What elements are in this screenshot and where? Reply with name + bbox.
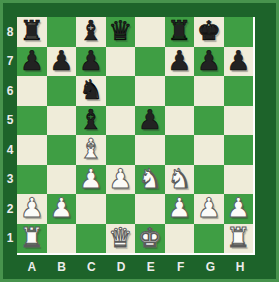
square-c2[interactable]: [76, 194, 106, 224]
square-h4[interactable]: [224, 135, 254, 165]
square-b5[interactable]: [47, 106, 77, 136]
file-label-h: H: [225, 255, 255, 279]
rank-label-5: 5: [3, 106, 17, 136]
piece-black-pawn[interactable]: ♟: [226, 47, 250, 74]
piece-black-king[interactable]: ♚: [197, 17, 221, 44]
square-f8[interactable]: ♜: [165, 17, 195, 47]
rank-label-3: 3: [3, 165, 17, 195]
piece-white-pawn[interactable]: ♟: [226, 194, 250, 221]
file-label-g: G: [196, 255, 226, 279]
square-d1[interactable]: ♛: [106, 224, 136, 254]
square-b6[interactable]: [47, 76, 77, 106]
piece-white-pawn[interactable]: ♟: [79, 165, 103, 192]
square-g6[interactable]: [194, 76, 224, 106]
square-e1[interactable]: ♚: [135, 224, 165, 254]
square-b3[interactable]: [47, 165, 77, 195]
piece-white-rook[interactable]: ♜: [20, 224, 44, 251]
square-e7[interactable]: [135, 47, 165, 77]
piece-white-pawn[interactable]: ♟: [197, 194, 221, 221]
piece-black-queen[interactable]: ♛: [108, 17, 132, 44]
square-e6[interactable]: [135, 76, 165, 106]
file-labels: ABCDEFGH: [17, 255, 255, 279]
square-h3[interactable]: [224, 165, 254, 195]
square-d8[interactable]: ♛: [106, 17, 136, 47]
square-e5[interactable]: ♟: [135, 106, 165, 136]
square-e4[interactable]: [135, 135, 165, 165]
piece-black-pawn[interactable]: ♟: [79, 47, 103, 74]
square-d4[interactable]: [106, 135, 136, 165]
piece-black-pawn[interactable]: ♟: [138, 106, 162, 133]
rank-label-8: 8: [3, 17, 17, 47]
square-c7[interactable]: ♟: [76, 47, 106, 77]
square-g2[interactable]: ♟: [194, 194, 224, 224]
rank-label-6: 6: [3, 76, 17, 106]
rank-label-1: 1: [3, 224, 17, 254]
square-a8[interactable]: ♜: [17, 17, 47, 47]
file-label-a: A: [17, 255, 47, 279]
piece-black-rook[interactable]: ♜: [167, 17, 191, 44]
piece-white-bishop[interactable]: ♝: [79, 135, 103, 162]
piece-white-knight[interactable]: ♞: [167, 165, 191, 192]
square-h8[interactable]: [224, 17, 254, 47]
square-b2[interactable]: ♟: [47, 194, 77, 224]
square-b7[interactable]: ♟: [47, 47, 77, 77]
square-g3[interactable]: [194, 165, 224, 195]
square-c4[interactable]: ♝: [76, 135, 106, 165]
rank-label-2: 2: [3, 194, 17, 224]
piece-white-pawn[interactable]: ♟: [20, 194, 44, 221]
rank-labels: 87654321: [3, 17, 17, 253]
square-a4[interactable]: [17, 135, 47, 165]
square-d7[interactable]: [106, 47, 136, 77]
square-d3[interactable]: ♟: [106, 165, 136, 195]
piece-white-pawn[interactable]: ♟: [167, 194, 191, 221]
square-f4[interactable]: [165, 135, 195, 165]
square-a2[interactable]: ♟: [17, 194, 47, 224]
square-a1[interactable]: ♜: [17, 224, 47, 254]
square-e2[interactable]: [135, 194, 165, 224]
square-d6[interactable]: [106, 76, 136, 106]
piece-black-rook[interactable]: ♜: [20, 17, 44, 44]
piece-black-knight[interactable]: ♞: [79, 76, 103, 103]
square-e8[interactable]: [135, 17, 165, 47]
file-label-c: C: [77, 255, 107, 279]
square-h7[interactable]: ♟: [224, 47, 254, 77]
file-label-e: E: [136, 255, 166, 279]
square-f1[interactable]: [165, 224, 195, 254]
piece-white-pawn[interactable]: ♟: [49, 194, 73, 221]
piece-white-rook[interactable]: ♜: [226, 224, 250, 251]
square-h5[interactable]: [224, 106, 254, 136]
piece-white-pawn[interactable]: ♟: [108, 165, 132, 192]
rank-label-7: 7: [3, 47, 17, 77]
square-c8[interactable]: ♝: [76, 17, 106, 47]
square-g7[interactable]: ♟: [194, 47, 224, 77]
square-g8[interactable]: ♚: [194, 17, 224, 47]
square-b4[interactable]: [47, 135, 77, 165]
piece-black-pawn[interactable]: ♟: [20, 47, 44, 74]
square-b8[interactable]: [47, 17, 77, 47]
file-label-d: D: [106, 255, 136, 279]
square-f6[interactable]: [165, 76, 195, 106]
square-a6[interactable]: [17, 76, 47, 106]
square-f5[interactable]: [165, 106, 195, 136]
piece-white-knight[interactable]: ♞: [138, 165, 162, 192]
square-e3[interactable]: ♞: [135, 165, 165, 195]
file-label-f: F: [166, 255, 196, 279]
piece-black-pawn[interactable]: ♟: [49, 47, 73, 74]
piece-white-queen[interactable]: ♛: [108, 224, 132, 251]
square-d2[interactable]: [106, 194, 136, 224]
square-b1[interactable]: [47, 224, 77, 254]
chess-board-widget: 87654321 ♜♝♛♜♚♟♟♟♟♟♟♞♝♟♝♟♟♞♞♟♟♟♟♟♜♛♚♜ AB…: [0, 0, 279, 282]
square-d5[interactable]: [106, 106, 136, 136]
square-f2[interactable]: ♟: [165, 194, 195, 224]
square-a7[interactable]: ♟: [17, 47, 47, 77]
square-f7[interactable]: ♟: [165, 47, 195, 77]
square-h2[interactable]: ♟: [224, 194, 254, 224]
piece-black-pawn[interactable]: ♟: [167, 47, 191, 74]
square-g5[interactable]: [194, 106, 224, 136]
square-h1[interactable]: ♜: [224, 224, 254, 254]
square-c3[interactable]: ♟: [76, 165, 106, 195]
square-h6[interactable]: [224, 76, 254, 106]
square-a5[interactable]: [17, 106, 47, 136]
file-label-b: B: [47, 255, 77, 279]
square-g1[interactable]: [194, 224, 224, 254]
square-g4[interactable]: [194, 135, 224, 165]
square-a3[interactable]: [17, 165, 47, 195]
piece-black-bishop[interactable]: ♝: [79, 106, 103, 133]
square-c1[interactable]: [76, 224, 106, 254]
piece-white-king[interactable]: ♚: [138, 224, 162, 251]
square-c6[interactable]: ♞: [76, 76, 106, 106]
rank-label-4: 4: [3, 135, 17, 165]
piece-black-pawn[interactable]: ♟: [197, 47, 221, 74]
piece-black-bishop[interactable]: ♝: [79, 17, 103, 44]
square-c5[interactable]: ♝: [76, 106, 106, 136]
square-f3[interactable]: ♞: [165, 165, 195, 195]
chess-board[interactable]: ♜♝♛♜♚♟♟♟♟♟♟♞♝♟♝♟♟♞♞♟♟♟♟♟♜♛♚♜: [17, 17, 255, 255]
